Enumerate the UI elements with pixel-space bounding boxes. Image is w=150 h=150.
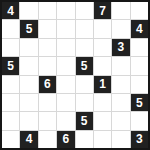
grid-cell-r4c5: 5 xyxy=(76,57,93,74)
clue-number: 3 xyxy=(118,41,125,53)
grid-cell-r5c2[interactable] xyxy=(20,76,37,93)
grid-cell-r2c3[interactable] xyxy=(39,20,56,37)
grid-cell-r2c1[interactable] xyxy=(2,20,19,37)
clue-number: 5 xyxy=(136,97,143,109)
grid-cell-r7c6[interactable] xyxy=(94,112,111,129)
grid-cell-r4c3[interactable] xyxy=(39,57,56,74)
grid-cell-r5c4[interactable] xyxy=(57,76,74,93)
grid-cell-r3c5[interactable] xyxy=(76,39,93,56)
grid-cell-r8c3[interactable] xyxy=(39,131,56,148)
clue-number: 5 xyxy=(81,60,88,72)
clue-number: 4 xyxy=(136,23,143,35)
grid-cell-r8c6[interactable] xyxy=(94,131,111,148)
grid-cell-r4c7[interactable] xyxy=(112,57,129,74)
grid-cell-r7c8[interactable] xyxy=(131,112,148,129)
grid-cell-r7c1[interactable] xyxy=(2,112,19,129)
grid-cell-r6c4[interactable] xyxy=(57,94,74,111)
clue-number: 7 xyxy=(99,5,106,17)
grid-cell-r3c4[interactable] xyxy=(57,39,74,56)
grid-cell-r5c6: 1 xyxy=(94,76,111,93)
grid-cell-r1c3[interactable] xyxy=(39,2,56,19)
grid-cell-r8c8: 3 xyxy=(131,131,148,148)
grid-cell-r5c8[interactable] xyxy=(131,76,148,93)
grid-cell-r6c3[interactable] xyxy=(39,94,56,111)
grid-cell-r1c4[interactable] xyxy=(57,2,74,19)
grid-cell-r4c1: 5 xyxy=(2,57,19,74)
grid-cell-r6c5[interactable] xyxy=(76,94,93,111)
clue-number: 1 xyxy=(99,78,106,90)
clue-number: 4 xyxy=(7,5,14,17)
clue-number: 6 xyxy=(44,78,51,90)
grid-cell-r6c2[interactable] xyxy=(20,94,37,111)
grid-cell-r4c6[interactable] xyxy=(94,57,111,74)
grid-cell-r3c1[interactable] xyxy=(2,39,19,56)
grid-cell-r2c5[interactable] xyxy=(76,20,93,37)
grid-cell-r3c7: 3 xyxy=(112,39,129,56)
grid-cell-r5c3: 6 xyxy=(39,76,56,93)
grid-cell-r3c2[interactable] xyxy=(20,39,37,56)
grid-cell-r6c8: 5 xyxy=(131,94,148,111)
grid-cell-r3c3[interactable] xyxy=(39,39,56,56)
clue-number: 4 xyxy=(26,133,33,145)
grid-cell-r8c7[interactable] xyxy=(112,131,129,148)
clue-number: 5 xyxy=(7,60,14,72)
grid-cell-r7c4[interactable] xyxy=(57,112,74,129)
grid-cell-r5c5[interactable] xyxy=(76,76,93,93)
grid-cell-r8c5[interactable] xyxy=(76,131,93,148)
grid-cell-r7c7[interactable] xyxy=(112,112,129,129)
grid-cell-r7c3[interactable] xyxy=(39,112,56,129)
grid-cell-r7c2[interactable] xyxy=(20,112,37,129)
grid-cell-r1c7[interactable] xyxy=(112,2,129,19)
grid-cell-r5c7[interactable] xyxy=(112,76,129,93)
grid-cell-r2c8: 4 xyxy=(131,20,148,37)
clue-number: 3 xyxy=(136,133,143,145)
clue-number: 5 xyxy=(81,115,88,127)
grid-cell-r8c2: 4 xyxy=(20,131,37,148)
grid-cell-r6c7[interactable] xyxy=(112,94,129,111)
grid-cell-r1c2[interactable] xyxy=(20,2,37,19)
grid-cell-r1c1: 4 xyxy=(2,2,19,19)
grid-cell-r8c1[interactable] xyxy=(2,131,19,148)
grid-cell-r6c1[interactable] xyxy=(2,94,19,111)
grid-cell-r7c5: 5 xyxy=(76,112,93,129)
grid-cell-r2c4[interactable] xyxy=(57,20,74,37)
clue-number: 6 xyxy=(62,133,69,145)
grid-cell-r3c8[interactable] xyxy=(131,39,148,56)
grid-cell-r1c5[interactable] xyxy=(76,2,93,19)
grid-cell-r4c4[interactable] xyxy=(57,57,74,74)
clue-number: 5 xyxy=(26,23,33,35)
grid-cell-r5c1[interactable] xyxy=(2,76,19,93)
grid-cell-r1c8[interactable] xyxy=(131,2,148,19)
grid-cell-r4c2[interactable] xyxy=(20,57,37,74)
grid-cell-r1c6: 7 xyxy=(94,2,111,19)
grid-cell-r2c2: 5 xyxy=(20,20,37,37)
grid-cell-r6c6[interactable] xyxy=(94,94,111,111)
grid-cell-r4c8[interactable] xyxy=(131,57,148,74)
grid-cell-r3c6[interactable] xyxy=(94,39,111,56)
minesweeper-board: 47543556155463 xyxy=(0,0,150,150)
grid-cell-r2c6[interactable] xyxy=(94,20,111,37)
grid-cell-r2c7[interactable] xyxy=(112,20,129,37)
grid-cell-r8c4: 6 xyxy=(57,131,74,148)
